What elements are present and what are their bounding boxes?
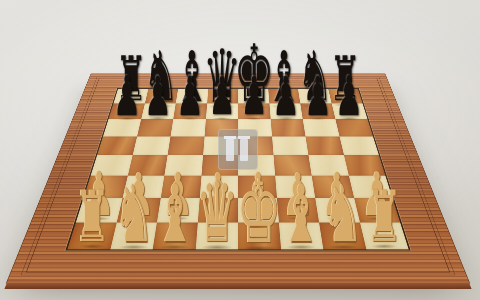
piece-white-knight-b1[interactable]: ♞ xyxy=(111,175,156,254)
square-h5[interactable] xyxy=(339,136,379,155)
square-f5[interactable] xyxy=(272,136,309,155)
chess-photo-scene: ♜♞♝♛♚♝♞♜♟♟♟♟♟♟♟♟♟♟♟♟♟♟♟♟♜♞♝♛♚♝♞♜ xyxy=(0,0,480,300)
watermark-logo xyxy=(218,129,258,170)
piece-black-pawn-h7[interactable]: ♟ xyxy=(334,69,366,124)
piece-white-rook-a1[interactable]: ♜ xyxy=(72,182,112,252)
watermark-rook-icon xyxy=(226,139,234,161)
square-c5[interactable] xyxy=(168,136,205,155)
square-a5[interactable] xyxy=(97,136,137,155)
piece-black-pawn-d7[interactable]: ♟ xyxy=(207,71,237,124)
piece-white-king-e1[interactable]: ♚ xyxy=(234,168,284,256)
square-b5[interactable] xyxy=(132,136,170,155)
piece-white-rook-h1[interactable]: ♜ xyxy=(364,182,404,252)
square-g5[interactable] xyxy=(305,136,343,155)
piece-white-bishop-c1[interactable]: ♝ xyxy=(152,175,197,254)
piece-black-pawn-c7[interactable]: ♟ xyxy=(175,70,206,124)
piece-black-pawn-a7[interactable]: ♟ xyxy=(111,69,143,124)
piece-black-pawn-e7[interactable]: ♟ xyxy=(239,71,269,124)
watermark-rook-icon xyxy=(240,139,248,161)
piece-black-pawn-f7[interactable]: ♟ xyxy=(270,70,301,124)
piece-white-bishop-f1[interactable]: ♝ xyxy=(278,175,323,254)
piece-white-knight-g1[interactable]: ♞ xyxy=(320,175,365,254)
piece-black-pawn-g7[interactable]: ♟ xyxy=(302,70,333,124)
piece-black-pawn-b7[interactable]: ♟ xyxy=(143,70,174,124)
